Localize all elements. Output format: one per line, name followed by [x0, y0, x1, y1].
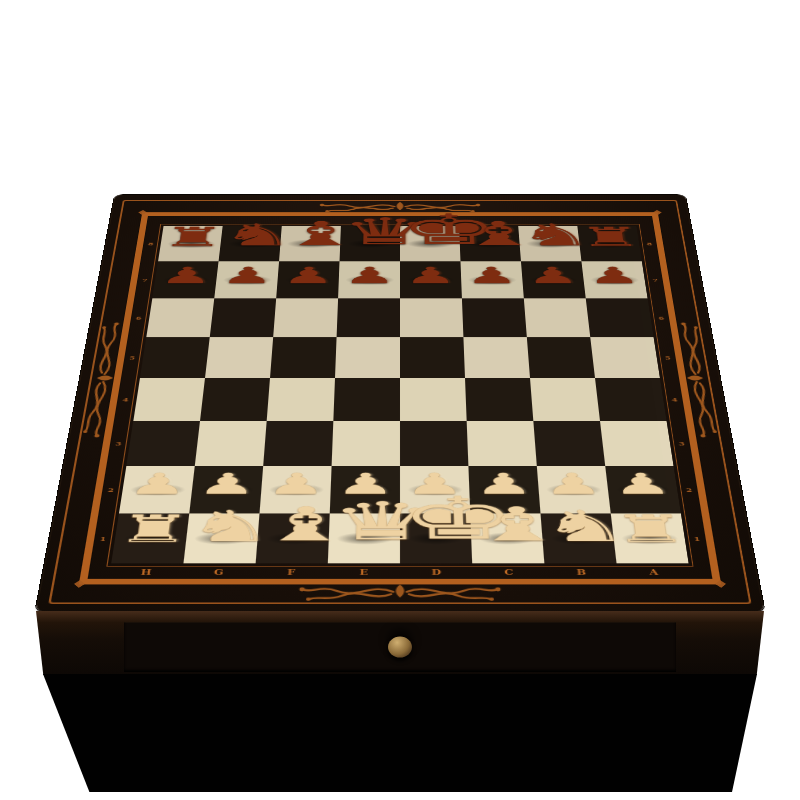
- board-edge-strip: [36, 611, 764, 620]
- square-c6[interactable]: [462, 298, 527, 337]
- square-b6[interactable]: [524, 298, 590, 337]
- rank-label-2: 2: [107, 486, 114, 493]
- rank-label-4: 4: [671, 396, 678, 403]
- rank-label-8: 8: [646, 241, 652, 246]
- rank-label-4: 4: [122, 396, 129, 403]
- box-front-panel: [36, 611, 764, 675]
- box-base-shadow: [43, 674, 757, 792]
- dark-pawn-c7[interactable]: ♟: [461, 264, 523, 287]
- dark-rook-a8[interactable]: ♜: [577, 224, 640, 250]
- dark-pawn-h7[interactable]: ♟: [154, 264, 218, 287]
- square-f6[interactable]: [273, 298, 338, 337]
- rank-label-3: 3: [678, 440, 685, 447]
- dark-knight-g8[interactable]: ♞: [220, 220, 282, 250]
- square-f5[interactable]: [270, 337, 337, 378]
- square-e5[interactable]: [335, 337, 400, 378]
- dark-pawn-e7[interactable]: ♟: [339, 264, 400, 287]
- dark-bishop-f8[interactable]: ♝: [280, 217, 341, 250]
- square-h5[interactable]: [140, 337, 210, 378]
- square-c5[interactable]: [463, 337, 530, 378]
- dark-knight-b8[interactable]: ♞: [518, 220, 580, 250]
- rank-label-2: 2: [685, 486, 692, 493]
- square-a5[interactable]: [590, 337, 660, 378]
- dark-pawn-a7[interactable]: ♟: [582, 264, 646, 287]
- dark-king-d8[interactable]: ♚: [400, 209, 460, 250]
- dark-queen-e8[interactable]: ♛: [340, 213, 400, 250]
- dark-rook-h8[interactable]: ♜: [160, 224, 223, 250]
- dark-pawn-g7[interactable]: ♟: [216, 264, 279, 287]
- square-e6[interactable]: [337, 298, 400, 337]
- square-a6[interactable]: [586, 298, 654, 337]
- dark-pawn-f7[interactable]: ♟: [277, 264, 339, 287]
- rank-label-3: 3: [115, 440, 122, 447]
- chess-board: HGFEDCBA 87654321 87654321 ♜♞♝♛♚♝♞♜♟♟♟♟♟…: [35, 195, 764, 613]
- square-h6[interactable]: [146, 298, 214, 337]
- rank-label-6: 6: [658, 315, 664, 321]
- dark-pawn-b7[interactable]: ♟: [521, 264, 584, 287]
- dark-pawn-d7[interactable]: ♟: [400, 264, 461, 287]
- square-g6[interactable]: [210, 298, 276, 337]
- square-d5[interactable]: [400, 337, 465, 378]
- rank-label-8: 8: [148, 241, 154, 246]
- chess-set-photo: HGFEDCBA 87654321 87654321 ♜♞♝♛♚♝♞♜♟♟♟♟♟…: [0, 0, 800, 800]
- square-b5[interactable]: [527, 337, 595, 378]
- drawer-knob[interactable]: [388, 637, 412, 658]
- rank-label-6: 6: [136, 315, 142, 321]
- square-d6[interactable]: [400, 298, 463, 337]
- square-g5[interactable]: [205, 337, 273, 378]
- storage-drawer[interactable]: [124, 622, 676, 672]
